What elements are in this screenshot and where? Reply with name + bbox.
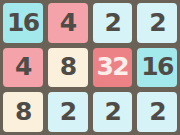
tile-16: 16 <box>137 48 177 88</box>
tile-8: 8 <box>3 92 43 132</box>
tile-2: 2 <box>93 3 133 43</box>
tile-16: 16 <box>3 3 43 43</box>
tile-4: 4 <box>48 3 88 43</box>
tile-2: 2 <box>137 92 177 132</box>
tile-2: 2 <box>48 92 88 132</box>
tile-8: 8 <box>48 48 88 88</box>
tile-4: 4 <box>3 48 43 88</box>
tile-32: 32 <box>93 48 133 88</box>
tile-2: 2 <box>137 3 177 43</box>
game-board[interactable]: 164224832168222 <box>0 0 180 135</box>
tile-2: 2 <box>93 92 133 132</box>
